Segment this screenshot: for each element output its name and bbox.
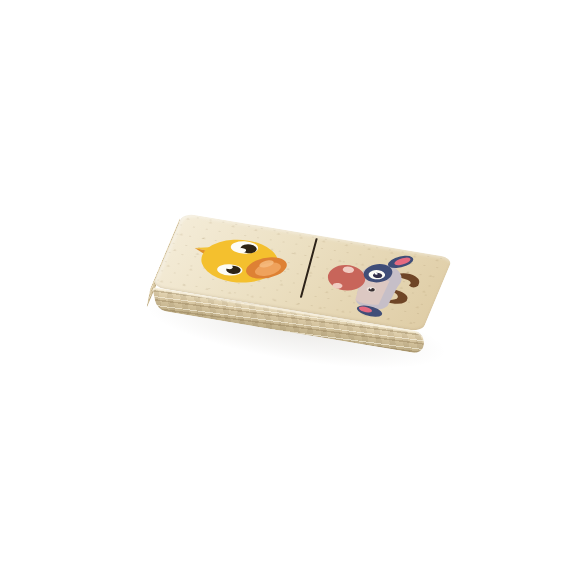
cow-face-icon	[305, 242, 434, 323]
duck-face-icon	[176, 226, 302, 299]
product-photo-scene	[0, 0, 570, 570]
